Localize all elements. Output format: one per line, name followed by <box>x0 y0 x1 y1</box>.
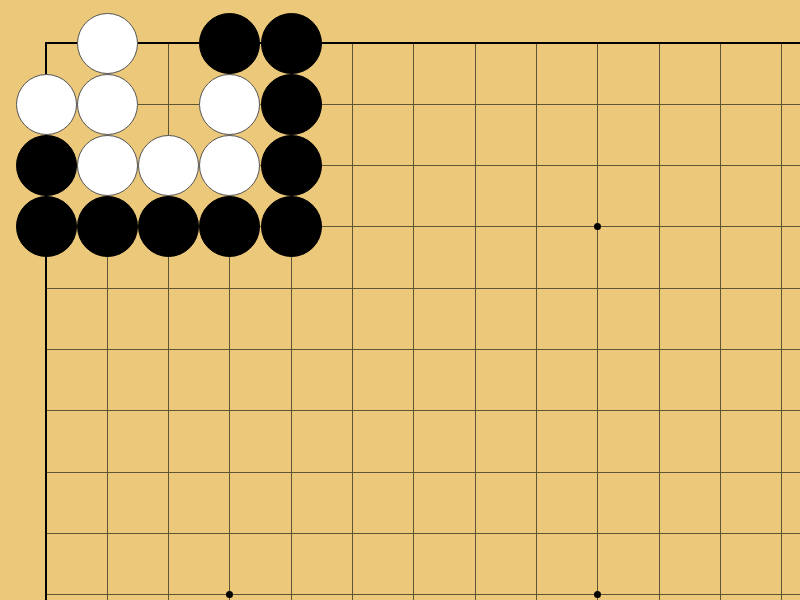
white-stone-A18 <box>16 74 77 135</box>
intersection-C11[interactable] <box>138 503 199 564</box>
intersection-M10[interactable] <box>690 564 751 600</box>
intersection-D15[interactable] <box>199 258 260 319</box>
intersection-G11[interactable] <box>383 503 444 564</box>
white-stone-B18 <box>77 74 138 135</box>
intersection-D12[interactable] <box>199 442 260 503</box>
intersection-F13[interactable] <box>322 380 383 441</box>
white-stone-D18 <box>199 74 260 135</box>
intersection-L17[interactable] <box>629 135 690 196</box>
intersection-E10[interactable] <box>261 564 322 600</box>
intersection-B13[interactable] <box>77 380 138 441</box>
intersection-F16[interactable] <box>322 196 383 257</box>
intersection-L10[interactable] <box>629 564 690 600</box>
intersection-J11[interactable] <box>506 503 567 564</box>
intersection-L15[interactable] <box>629 258 690 319</box>
intersection-H11[interactable] <box>445 503 506 564</box>
intersection-H13[interactable] <box>445 380 506 441</box>
intersection-F10[interactable] <box>322 564 383 600</box>
intersection-C13[interactable] <box>138 380 199 441</box>
intersection-N10[interactable] <box>751 564 800 600</box>
white-stone-B19 <box>77 13 138 74</box>
intersection-N14[interactable] <box>751 319 800 380</box>
intersection-G12[interactable] <box>383 442 444 503</box>
intersection-L14[interactable] <box>629 319 690 380</box>
intersection-N15[interactable] <box>751 258 800 319</box>
intersection-L13[interactable] <box>629 380 690 441</box>
intersection-H10[interactable] <box>445 564 506 600</box>
intersection-J12[interactable] <box>506 442 567 503</box>
intersection-N13[interactable] <box>751 380 800 441</box>
intersection-J15[interactable] <box>506 258 567 319</box>
intersection-M12[interactable] <box>690 442 751 503</box>
intersection-M15[interactable] <box>690 258 751 319</box>
intersection-L11[interactable] <box>629 503 690 564</box>
intersection-F18[interactable] <box>322 74 383 135</box>
intersection-G16[interactable] <box>383 196 444 257</box>
intersection-K15[interactable] <box>567 258 628 319</box>
intersection-J13[interactable] <box>506 380 567 441</box>
intersection-F17[interactable] <box>322 135 383 196</box>
intersection-B15[interactable] <box>77 258 138 319</box>
intersection-H15[interactable] <box>445 258 506 319</box>
intersection-F11[interactable] <box>322 503 383 564</box>
intersection-H16[interactable] <box>445 196 506 257</box>
intersection-M13[interactable] <box>690 380 751 441</box>
black-stone-A16 <box>16 196 77 257</box>
go-board-diagram <box>0 0 800 600</box>
intersection-J18[interactable] <box>506 74 567 135</box>
intersection-N16[interactable] <box>751 196 800 257</box>
intersection-D14[interactable] <box>199 319 260 380</box>
intersection-H14[interactable] <box>445 319 506 380</box>
intersection-K11[interactable] <box>567 503 628 564</box>
white-stone-C17 <box>138 135 199 196</box>
intersection-H12[interactable] <box>445 442 506 503</box>
intersection-N12[interactable] <box>751 442 800 503</box>
intersection-E14[interactable] <box>261 319 322 380</box>
intersection-C14[interactable] <box>138 319 199 380</box>
intersection-M14[interactable] <box>690 319 751 380</box>
black-stone-E17 <box>261 135 322 196</box>
intersection-K18[interactable] <box>567 74 628 135</box>
intersection-B11[interactable] <box>77 503 138 564</box>
intersection-N11[interactable] <box>751 503 800 564</box>
intersection-L18[interactable] <box>629 74 690 135</box>
intersection-K14[interactable] <box>567 319 628 380</box>
intersection-K12[interactable] <box>567 442 628 503</box>
intersection-J10[interactable] <box>506 564 567 600</box>
intersection-M17[interactable] <box>690 135 751 196</box>
intersection-B10[interactable] <box>77 564 138 600</box>
intersection-E13[interactable] <box>261 380 322 441</box>
intersection-C18[interactable] <box>138 74 199 135</box>
intersection-J17[interactable] <box>506 135 567 196</box>
intersection-N17[interactable] <box>751 135 800 196</box>
intersection-G17[interactable] <box>383 135 444 196</box>
intersection-M18[interactable] <box>690 74 751 135</box>
board-top-edge-line <box>45 42 800 45</box>
black-stone-E18 <box>261 74 322 135</box>
intersection-K13[interactable] <box>567 380 628 441</box>
intersection-M11[interactable] <box>690 503 751 564</box>
black-stone-E19 <box>261 13 322 74</box>
intersection-E12[interactable] <box>261 442 322 503</box>
intersection-C10[interactable] <box>138 564 199 600</box>
intersection-E15[interactable] <box>261 258 322 319</box>
intersection-G13[interactable] <box>383 380 444 441</box>
intersection-L16[interactable] <box>629 196 690 257</box>
intersection-L12[interactable] <box>629 442 690 503</box>
intersection-E11[interactable] <box>261 503 322 564</box>
intersection-K17[interactable] <box>567 135 628 196</box>
intersection-B14[interactable] <box>77 319 138 380</box>
intersection-C12[interactable] <box>138 442 199 503</box>
intersection-D11[interactable] <box>199 503 260 564</box>
intersection-F12[interactable] <box>322 442 383 503</box>
white-stone-B17 <box>77 135 138 196</box>
intersection-G15[interactable] <box>383 258 444 319</box>
intersection-D13[interactable] <box>199 380 260 441</box>
intersection-N18[interactable] <box>751 74 800 135</box>
black-stone-B16 <box>77 196 138 257</box>
intersection-J16[interactable] <box>506 196 567 257</box>
intersection-G18[interactable] <box>383 74 444 135</box>
intersection-C15[interactable] <box>138 258 199 319</box>
intersection-M16[interactable] <box>690 196 751 257</box>
intersection-H18[interactable] <box>445 74 506 135</box>
intersection-H17[interactable] <box>445 135 506 196</box>
intersection-F15[interactable] <box>322 258 383 319</box>
intersection-G14[interactable] <box>383 319 444 380</box>
intersection-B12[interactable] <box>77 442 138 503</box>
intersection-J14[interactable] <box>506 319 567 380</box>
black-stone-A17 <box>16 135 77 196</box>
black-stone-D19 <box>199 13 260 74</box>
intersection-G10[interactable] <box>383 564 444 600</box>
intersection-F14[interactable] <box>322 319 383 380</box>
black-stone-E16 <box>261 196 322 257</box>
